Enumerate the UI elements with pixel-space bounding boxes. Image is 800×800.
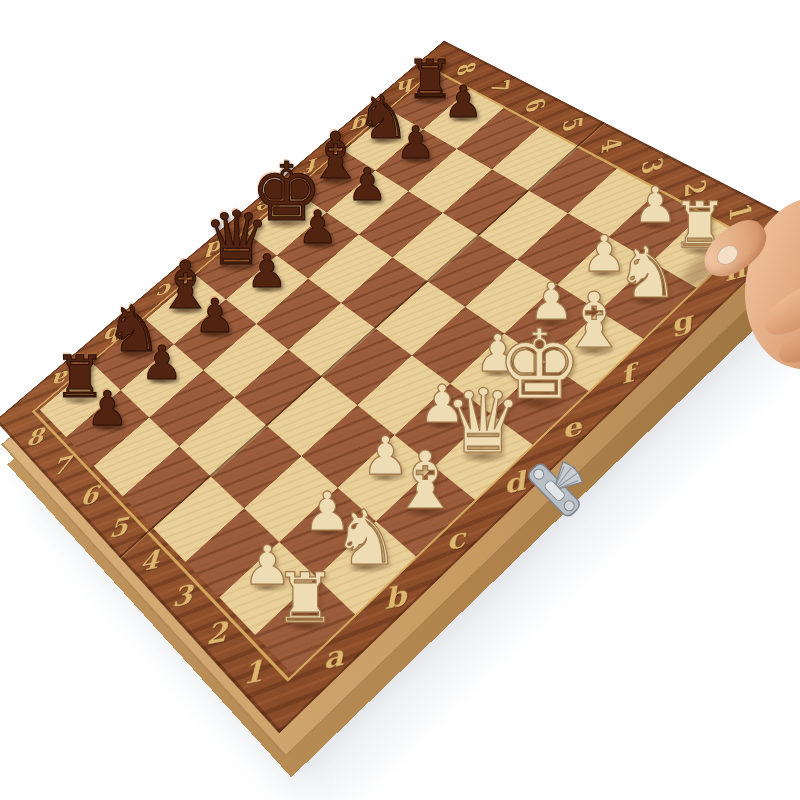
file-label: e — [563, 412, 585, 442]
rank-label: 4 — [597, 134, 625, 155]
rank-label: 8 — [24, 424, 50, 451]
rank-label: 3 — [638, 155, 666, 176]
file-label: c — [447, 523, 470, 555]
rank-label: 7 — [487, 77, 513, 96]
rank-label: 7 — [51, 452, 77, 479]
rank-label: 8 — [453, 60, 479, 79]
file-label: g — [672, 307, 695, 336]
scene: 1122334455667788aabbccddeeffgghh ♜♞♝♛♚♝♞… — [0, 0, 800, 800]
rank-label: 5 — [108, 512, 135, 541]
file-label: f — [622, 360, 637, 388]
metal-clasp-icon — [506, 442, 602, 538]
rank-label: 4 — [138, 545, 165, 576]
rank-label: 5 — [559, 114, 586, 134]
rank-label: 1 — [241, 655, 270, 689]
rank-label: 2 — [205, 616, 233, 649]
rank-label: 2 — [681, 177, 710, 199]
rank-label: 3 — [171, 580, 199, 612]
rank-label: 6 — [78, 481, 104, 509]
rank-label: 6 — [522, 95, 549, 115]
